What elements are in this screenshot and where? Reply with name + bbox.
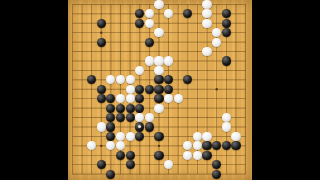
white-stone[interactable]: [174, 94, 183, 103]
white-stone[interactable]: [145, 113, 154, 122]
white-stone[interactable]: [202, 0, 211, 9]
go-board[interactable]: [68, 0, 252, 180]
white-stone[interactable]: [202, 47, 211, 56]
black-stone[interactable]: [212, 170, 221, 179]
white-stone[interactable]: [97, 122, 106, 131]
black-stone[interactable]: [202, 151, 211, 160]
black-stone[interactable]: [97, 38, 106, 47]
white-stone[interactable]: [145, 56, 154, 65]
black-stone[interactable]: [154, 85, 163, 94]
black-stone[interactable]: [154, 94, 163, 103]
white-stone[interactable]: [202, 9, 211, 18]
black-stone[interactable]: [106, 122, 115, 131]
white-stone[interactable]: [164, 56, 173, 65]
white-stone[interactable]: [126, 85, 135, 94]
white-stone[interactable]: [202, 132, 211, 141]
black-stone[interactable]: [164, 85, 173, 94]
black-stone[interactable]: [116, 104, 125, 113]
white-stone[interactable]: [154, 28, 163, 37]
black-stone[interactable]: [97, 19, 106, 28]
white-stone[interactable]: [154, 0, 163, 9]
black-stone[interactable]: [116, 151, 125, 160]
white-stone[interactable]: [212, 38, 221, 47]
letterbox-left: [0, 0, 68, 180]
black-stone[interactable]: [145, 85, 154, 94]
black-stone[interactable]: [126, 151, 135, 160]
white-stone[interactable]: [145, 19, 154, 28]
black-stone[interactable]: [145, 38, 154, 47]
black-stone[interactable]: [154, 151, 163, 160]
white-stone[interactable]: [222, 113, 231, 122]
white-stone[interactable]: [154, 56, 163, 65]
black-stone[interactable]: [154, 75, 163, 84]
screenshot-frame: [0, 0, 320, 180]
white-stone[interactable]: [154, 104, 163, 113]
black-stone[interactable]: [126, 113, 135, 122]
black-stone[interactable]: [126, 160, 135, 169]
white-stone[interactable]: [202, 19, 211, 28]
letterbox-right: [252, 0, 320, 180]
white-stone[interactable]: [126, 94, 135, 103]
white-stone[interactable]: [193, 132, 202, 141]
black-stone[interactable]: [97, 85, 106, 94]
black-stone[interactable]: [126, 104, 135, 113]
black-stone[interactable]: [145, 122, 154, 131]
black-stone[interactable]: [154, 132, 163, 141]
black-stone[interactable]: [222, 19, 231, 28]
white-stone[interactable]: [154, 66, 163, 75]
black-stone[interactable]: [135, 122, 144, 131]
white-stone[interactable]: [231, 132, 240, 141]
black-stone[interactable]: [135, 104, 144, 113]
black-stone[interactable]: [231, 141, 240, 150]
white-stone[interactable]: [222, 122, 231, 131]
black-stone[interactable]: [202, 141, 211, 150]
white-stone[interactable]: [193, 151, 202, 160]
black-stone[interactable]: [97, 94, 106, 103]
white-stone[interactable]: [116, 132, 125, 141]
black-stone[interactable]: [222, 56, 231, 65]
white-stone[interactable]: [126, 132, 135, 141]
